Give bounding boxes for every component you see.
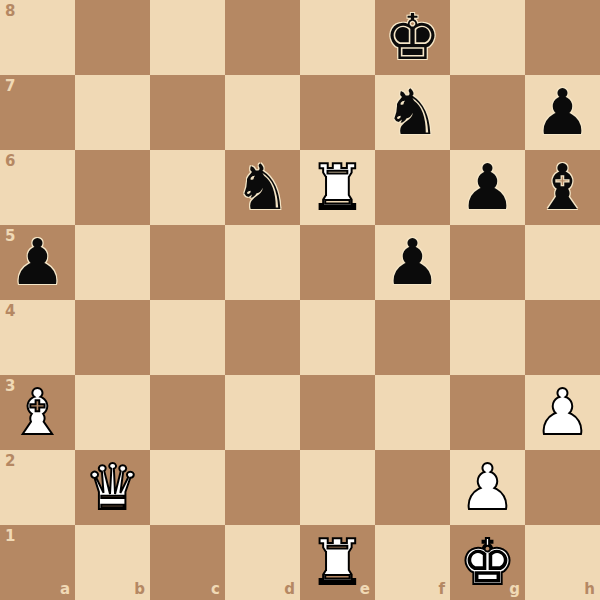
square-g4[interactable] bbox=[450, 300, 525, 375]
square-h2[interactable] bbox=[525, 450, 600, 525]
square-f4[interactable] bbox=[375, 300, 450, 375]
square-c3[interactable] bbox=[150, 375, 225, 450]
square-b4[interactable] bbox=[75, 300, 150, 375]
square-a7[interactable]: 7 bbox=[0, 75, 75, 150]
square-h4[interactable] bbox=[525, 300, 600, 375]
square-e6[interactable]: ♜ bbox=[300, 150, 375, 225]
square-c6[interactable] bbox=[150, 150, 225, 225]
square-h7[interactable]: ♟ bbox=[525, 75, 600, 150]
chess-board: 8♚7♞♟6♞♜♟♝5♟♟43♝♟2♛♟1abcde♜fg♚h bbox=[0, 0, 600, 600]
coord-rank-6: 6 bbox=[5, 154, 15, 169]
square-b3[interactable] bbox=[75, 375, 150, 450]
square-h8[interactable] bbox=[525, 0, 600, 75]
piece-black-pawn[interactable]: ♟ bbox=[534, 75, 590, 150]
coord-rank-2: 2 bbox=[5, 454, 15, 469]
square-a4[interactable]: 4 bbox=[0, 300, 75, 375]
square-h5[interactable] bbox=[525, 225, 600, 300]
square-e2[interactable] bbox=[300, 450, 375, 525]
piece-black-knight[interactable]: ♞ bbox=[384, 75, 440, 150]
square-d3[interactable] bbox=[225, 375, 300, 450]
square-e5[interactable] bbox=[300, 225, 375, 300]
square-a5[interactable]: 5♟ bbox=[0, 225, 75, 300]
square-c5[interactable] bbox=[150, 225, 225, 300]
square-e3[interactable] bbox=[300, 375, 375, 450]
chess-board-wrap: 8♚7♞♟6♞♜♟♝5♟♟43♝♟2♛♟1abcde♜fg♚h bbox=[0, 0, 600, 600]
piece-white-king[interactable]: ♚ bbox=[459, 525, 515, 600]
square-c8[interactable] bbox=[150, 0, 225, 75]
square-h3[interactable]: ♟ bbox=[525, 375, 600, 450]
square-a2[interactable]: 2 bbox=[0, 450, 75, 525]
piece-black-pawn[interactable]: ♟ bbox=[384, 225, 440, 300]
square-f8[interactable]: ♚ bbox=[375, 0, 450, 75]
piece-black-king[interactable]: ♚ bbox=[384, 0, 440, 75]
square-d5[interactable] bbox=[225, 225, 300, 300]
square-c2[interactable] bbox=[150, 450, 225, 525]
square-d1[interactable]: d bbox=[225, 525, 300, 600]
square-g6[interactable]: ♟ bbox=[450, 150, 525, 225]
square-e1[interactable]: e♜ bbox=[300, 525, 375, 600]
coord-rank-7: 7 bbox=[5, 79, 15, 94]
square-h6[interactable]: ♝ bbox=[525, 150, 600, 225]
square-b2[interactable]: ♛ bbox=[75, 450, 150, 525]
square-a8[interactable]: 8 bbox=[0, 0, 75, 75]
square-d7[interactable] bbox=[225, 75, 300, 150]
square-g8[interactable] bbox=[450, 0, 525, 75]
square-a6[interactable]: 6 bbox=[0, 150, 75, 225]
coord-file-f: f bbox=[438, 582, 445, 597]
square-b7[interactable] bbox=[75, 75, 150, 150]
square-g3[interactable] bbox=[450, 375, 525, 450]
coord-rank-1: 1 bbox=[5, 529, 15, 544]
coord-rank-4: 4 bbox=[5, 304, 15, 319]
square-d8[interactable] bbox=[225, 0, 300, 75]
square-f5[interactable]: ♟ bbox=[375, 225, 450, 300]
piece-white-rook[interactable]: ♜ bbox=[309, 150, 365, 225]
square-b1[interactable]: b bbox=[75, 525, 150, 600]
square-a3[interactable]: 3♝ bbox=[0, 375, 75, 450]
square-g5[interactable] bbox=[450, 225, 525, 300]
coord-file-h: h bbox=[584, 582, 595, 597]
square-g7[interactable] bbox=[450, 75, 525, 150]
coord-file-a: a bbox=[60, 582, 70, 597]
square-b8[interactable] bbox=[75, 0, 150, 75]
square-a1[interactable]: 1a bbox=[0, 525, 75, 600]
piece-black-pawn[interactable]: ♟ bbox=[459, 150, 515, 225]
square-e8[interactable] bbox=[300, 0, 375, 75]
square-g2[interactable]: ♟ bbox=[450, 450, 525, 525]
piece-white-rook[interactable]: ♜ bbox=[309, 525, 365, 600]
square-b5[interactable] bbox=[75, 225, 150, 300]
piece-white-queen[interactable]: ♛ bbox=[84, 450, 140, 525]
square-h1[interactable]: h bbox=[525, 525, 600, 600]
square-f2[interactable] bbox=[375, 450, 450, 525]
square-c7[interactable] bbox=[150, 75, 225, 150]
square-c4[interactable] bbox=[150, 300, 225, 375]
square-d4[interactable] bbox=[225, 300, 300, 375]
coord-file-c: c bbox=[211, 582, 220, 597]
piece-white-pawn[interactable]: ♟ bbox=[534, 375, 590, 450]
piece-black-knight[interactable]: ♞ bbox=[234, 150, 290, 225]
piece-black-bishop[interactable]: ♝ bbox=[534, 150, 590, 225]
square-f6[interactable] bbox=[375, 150, 450, 225]
square-d6[interactable]: ♞ bbox=[225, 150, 300, 225]
square-c1[interactable]: c bbox=[150, 525, 225, 600]
piece-white-bishop[interactable]: ♝ bbox=[9, 375, 65, 450]
square-f7[interactable]: ♞ bbox=[375, 75, 450, 150]
square-b6[interactable] bbox=[75, 150, 150, 225]
square-e4[interactable] bbox=[300, 300, 375, 375]
square-e7[interactable] bbox=[300, 75, 375, 150]
piece-black-pawn[interactable]: ♟ bbox=[9, 225, 65, 300]
coord-file-d: d bbox=[284, 582, 295, 597]
square-d2[interactable] bbox=[225, 450, 300, 525]
piece-white-pawn[interactable]: ♟ bbox=[459, 450, 515, 525]
coord-file-b: b bbox=[134, 582, 145, 597]
square-f1[interactable]: f bbox=[375, 525, 450, 600]
square-g1[interactable]: g♚ bbox=[450, 525, 525, 600]
coord-rank-8: 8 bbox=[5, 4, 15, 19]
square-f3[interactable] bbox=[375, 375, 450, 450]
